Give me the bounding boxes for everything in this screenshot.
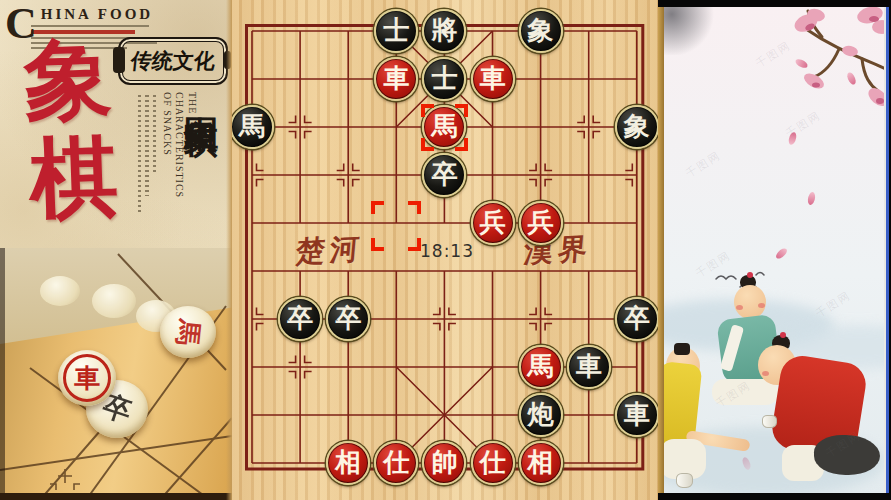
point-marker (577, 116, 584, 123)
point-marker (337, 164, 344, 171)
point-marker (593, 116, 600, 123)
point-marker (289, 372, 296, 379)
piece-red-advisor[interactable]: 仕 (374, 441, 418, 485)
photo-piece-held: 車 (58, 350, 116, 406)
left-poster-panel: C HINA FOOD 象 棋 传统文化 THE LOCAL CHARACTER… (0, 0, 232, 500)
point-marker (289, 116, 296, 123)
cup (676, 473, 693, 488)
photo-edge-shadow (0, 248, 5, 500)
game-timer: 18:13 (420, 241, 474, 261)
piece-red-soldier[interactable]: 兵 (519, 201, 563, 245)
photo-piece-red: 馬 (160, 306, 216, 358)
piece-black-cannon[interactable]: 炮 (519, 393, 563, 437)
piece-red-advisor[interactable]: 仕 (471, 441, 515, 485)
poster-title-char-qi: 棋 (28, 132, 119, 223)
point-marker (433, 324, 440, 331)
poster-photo: 馬 卒 車 (0, 248, 232, 500)
point-marker (545, 308, 552, 315)
point-marker (625, 164, 632, 171)
point-marker (289, 132, 296, 139)
point-marker (305, 372, 312, 379)
point-marker (545, 180, 552, 187)
art-canvas: 千图网千图网千图网千图网千图网千图网千图网 (664, 7, 884, 493)
blurred-piece (92, 284, 136, 318)
point-marker (433, 308, 440, 315)
piece-red-chariot[interactable]: 車 (471, 57, 515, 101)
piece-black-horse[interactable]: 馬 (232, 105, 274, 149)
piece-red-elephant[interactable]: 相 (326, 441, 370, 485)
piece-black-soldier[interactable]: 卒 (615, 297, 658, 341)
point-marker (529, 180, 536, 187)
piece-black-elephant[interactable]: 象 (615, 105, 658, 149)
point-marker (353, 180, 360, 187)
point-marker (577, 132, 584, 139)
point-marker (305, 132, 312, 139)
piece-red-chariot[interactable]: 車 (374, 57, 418, 101)
poster-vertical-title: 中国象棋 (183, 88, 218, 96)
piece-black-soldier[interactable]: 卒 (326, 297, 370, 341)
poster-title-char-xiang: 象 (22, 34, 113, 125)
point-marker (337, 180, 344, 187)
piece-black-chariot[interactable]: 車 (567, 345, 611, 389)
frame-blue-line (886, 7, 889, 493)
point-marker (353, 164, 360, 171)
screenshot-root: C HINA FOOD 象 棋 传统文化 THE LOCAL CHARACTER… (0, 0, 891, 500)
piece-red-elephant[interactable]: 相 (519, 441, 563, 485)
point-marker (529, 164, 536, 171)
tradition-culture-stamp: 传统文化 (118, 37, 228, 85)
blush (736, 305, 743, 310)
point-marker (545, 164, 552, 171)
point-marker (449, 308, 456, 315)
blush (762, 371, 769, 376)
child-center-head (734, 285, 766, 319)
piece-black-chariot[interactable]: 車 (615, 393, 658, 437)
river-label-chu-he: 楚河 (294, 229, 365, 273)
point-marker (257, 164, 264, 171)
point-marker (449, 324, 456, 331)
piece-black-soldier[interactable]: 卒 (278, 297, 322, 341)
xiangqi-board-panel[interactable]: 楚河 漢界 18:13 士將象車士車馬馬象卒兵兵卒卒卒馬車炮車相仕帥仕相 (232, 0, 658, 500)
poster-header-title: HINA FOOD (41, 3, 153, 22)
child-left-hair (674, 343, 690, 355)
point-marker (257, 324, 264, 331)
point-marker (529, 308, 536, 315)
poster-small-print (138, 95, 156, 215)
photo-edge-shadow (0, 493, 232, 500)
cup (762, 415, 777, 428)
last-move-to-marker (421, 104, 468, 151)
point-marker (545, 324, 552, 331)
last-move-from-marker (371, 201, 421, 251)
piece-red-horse[interactable]: 馬 (519, 345, 563, 389)
blush (758, 303, 765, 308)
point-marker (529, 324, 536, 331)
point-marker (625, 180, 632, 187)
point-marker (257, 308, 264, 315)
piece-black-elephant[interactable]: 象 (519, 9, 563, 53)
point-marker (305, 356, 312, 363)
point-marker (289, 356, 296, 363)
poster-vertical-english: THE LOCAL CHARACTERISTICS OF SNACKS (160, 92, 198, 242)
right-art-panel: 千图网千图网千图网千图网千图网千图网千图网 (658, 0, 891, 500)
piece-red-soldier[interactable]: 兵 (471, 201, 515, 245)
point-marker (257, 180, 264, 187)
point-marker (305, 116, 312, 123)
point-marker (593, 132, 600, 139)
piece-black-advisor[interactable]: 士 (374, 9, 418, 53)
blurred-piece (40, 276, 80, 306)
